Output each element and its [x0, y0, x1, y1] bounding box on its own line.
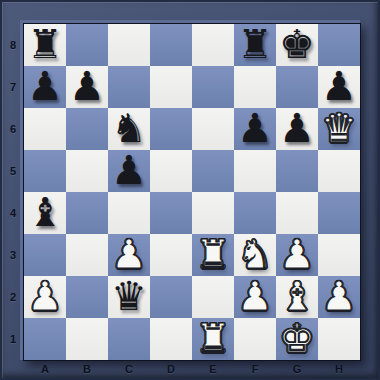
square-f5[interactable] — [234, 150, 276, 192]
square-d5[interactable] — [150, 150, 192, 192]
square-c5[interactable]: ♟ — [108, 150, 150, 192]
square-b1[interactable] — [66, 318, 108, 360]
square-f3[interactable]: ♞ — [234, 234, 276, 276]
square-c7[interactable] — [108, 66, 150, 108]
rank-label-1: 1 — [2, 318, 24, 360]
square-f7[interactable] — [234, 66, 276, 108]
square-h3[interactable] — [318, 234, 360, 276]
piece-white-pawn: ♟ — [321, 276, 357, 316]
square-h6[interactable]: ♛ — [318, 108, 360, 150]
square-g5[interactable] — [276, 150, 318, 192]
square-b5[interactable] — [66, 150, 108, 192]
square-a2[interactable]: ♟ — [24, 276, 66, 318]
square-c2[interactable]: ♛ — [108, 276, 150, 318]
file-label-c: C — [108, 359, 150, 379]
square-f8[interactable]: ♜ — [234, 24, 276, 66]
piece-white-pawn: ♟ — [111, 234, 147, 274]
piece-black-pawn: ♟ — [279, 108, 315, 148]
piece-black-bishop: ♝ — [27, 192, 63, 232]
square-b2[interactable] — [66, 276, 108, 318]
square-e4[interactable] — [192, 192, 234, 234]
piece-black-pawn: ♟ — [111, 150, 147, 190]
square-a4[interactable]: ♝ — [24, 192, 66, 234]
square-c8[interactable] — [108, 24, 150, 66]
piece-white-pawn: ♟ — [27, 276, 63, 316]
square-c1[interactable] — [108, 318, 150, 360]
rank-label-6: 6 — [2, 108, 24, 150]
piece-white-pawn: ♟ — [279, 234, 315, 274]
rank-label-8: 8 — [2, 24, 24, 66]
rank-label-7: 7 — [2, 66, 24, 108]
square-f1[interactable] — [234, 318, 276, 360]
square-c3[interactable]: ♟ — [108, 234, 150, 276]
square-b8[interactable] — [66, 24, 108, 66]
square-e8[interactable] — [192, 24, 234, 66]
file-label-a: A — [24, 359, 66, 379]
piece-black-pawn: ♟ — [237, 108, 273, 148]
piece-black-pawn: ♟ — [27, 66, 63, 106]
square-d1[interactable] — [150, 318, 192, 360]
file-label-e: E — [192, 359, 234, 379]
square-a5[interactable] — [24, 150, 66, 192]
square-g8[interactable]: ♚ — [276, 24, 318, 66]
square-a3[interactable] — [24, 234, 66, 276]
square-g1[interactable]: ♚ — [276, 318, 318, 360]
square-g6[interactable]: ♟ — [276, 108, 318, 150]
square-h8[interactable] — [318, 24, 360, 66]
chess-board: ♜♜♚♟♟♟♞♟♟♛♟♝♟♜♞♟♟♛♟♝♟♜♚ — [24, 24, 360, 360]
square-a6[interactable] — [24, 108, 66, 150]
square-e6[interactable] — [192, 108, 234, 150]
square-f2[interactable]: ♟ — [234, 276, 276, 318]
square-b4[interactable] — [66, 192, 108, 234]
square-e5[interactable] — [192, 150, 234, 192]
square-h1[interactable] — [318, 318, 360, 360]
piece-white-queen: ♛ — [321, 108, 357, 148]
square-d8[interactable] — [150, 24, 192, 66]
piece-white-rook: ♜ — [195, 318, 231, 358]
square-e3[interactable]: ♜ — [192, 234, 234, 276]
rank-label-2: 2 — [2, 276, 24, 318]
square-g4[interactable] — [276, 192, 318, 234]
square-e7[interactable] — [192, 66, 234, 108]
square-a8[interactable]: ♜ — [24, 24, 66, 66]
square-b7[interactable]: ♟ — [66, 66, 108, 108]
square-e1[interactable]: ♜ — [192, 318, 234, 360]
square-h7[interactable]: ♟ — [318, 66, 360, 108]
square-a1[interactable] — [24, 318, 66, 360]
square-h5[interactable] — [318, 150, 360, 192]
piece-black-pawn: ♟ — [69, 66, 105, 106]
square-f6[interactable]: ♟ — [234, 108, 276, 150]
file-label-f: F — [234, 359, 276, 379]
piece-white-rook: ♜ — [195, 234, 231, 274]
piece-white-king: ♚ — [279, 318, 315, 358]
square-c6[interactable]: ♞ — [108, 108, 150, 150]
piece-white-knight: ♞ — [237, 234, 273, 274]
square-d2[interactable] — [150, 276, 192, 318]
square-b3[interactable] — [66, 234, 108, 276]
square-g7[interactable] — [276, 66, 318, 108]
square-d6[interactable] — [150, 108, 192, 150]
piece-black-rook: ♜ — [237, 24, 273, 64]
square-d3[interactable] — [150, 234, 192, 276]
rank-labels: 87654321 — [2, 24, 24, 360]
file-label-d: D — [150, 359, 192, 379]
square-d7[interactable] — [150, 66, 192, 108]
piece-white-bishop: ♝ — [279, 276, 315, 316]
square-h2[interactable]: ♟ — [318, 276, 360, 318]
square-a7[interactable]: ♟ — [24, 66, 66, 108]
piece-black-rook: ♜ — [27, 24, 63, 64]
square-g2[interactable]: ♝ — [276, 276, 318, 318]
piece-black-king: ♚ — [279, 24, 315, 64]
file-label-h: H — [318, 359, 360, 379]
rank-label-5: 5 — [2, 150, 24, 192]
file-label-b: B — [66, 359, 108, 379]
square-g3[interactable]: ♟ — [276, 234, 318, 276]
piece-white-pawn: ♟ — [237, 276, 273, 316]
rank-label-4: 4 — [2, 192, 24, 234]
square-b6[interactable] — [66, 108, 108, 150]
square-c4[interactable] — [108, 192, 150, 234]
board-frame: 87654321 ♜♜♚♟♟♟♞♟♟♛♟♝♟♜♞♟♟♛♟♝♟♜♚ ABCDEFG… — [0, 0, 380, 380]
file-labels: ABCDEFGH — [24, 359, 360, 379]
piece-black-queen: ♛ — [111, 276, 147, 316]
square-h4[interactable] — [318, 192, 360, 234]
square-d4[interactable] — [150, 192, 192, 234]
piece-black-pawn: ♟ — [321, 66, 357, 106]
rank-label-3: 3 — [2, 234, 24, 276]
piece-black-knight: ♞ — [111, 108, 147, 148]
square-e2[interactable] — [192, 276, 234, 318]
file-label-g: G — [276, 359, 318, 379]
square-f4[interactable] — [234, 192, 276, 234]
